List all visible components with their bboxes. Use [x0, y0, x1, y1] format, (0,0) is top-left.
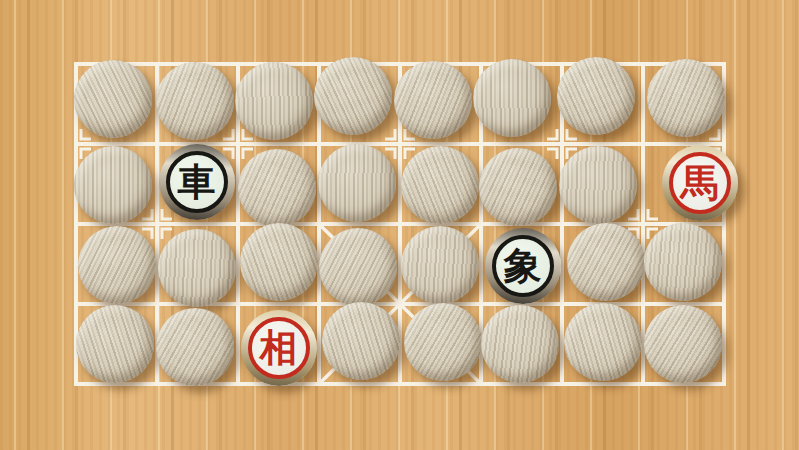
piece-character: 象: [492, 235, 554, 297]
facedown-piece-r4c8[interactable]: [644, 305, 722, 383]
facedown-piece-r4c4[interactable]: [322, 302, 400, 380]
wooden-table-background: { "game": { "name": "banqi", "descriptio…: [0, 0, 799, 450]
facedown-piece-r2c3[interactable]: [238, 149, 316, 227]
facedown-piece-r1c4[interactable]: [314, 57, 392, 135]
facedown-piece-r2c6[interactable]: [479, 148, 557, 226]
revealed-piece-red-minister[interactable]: 相: [241, 310, 317, 386]
facedown-piece-r2c5[interactable]: [401, 146, 479, 224]
facedown-piece-r4c2[interactable]: [156, 308, 234, 386]
revealed-piece-red-horse[interactable]: 馬: [662, 145, 738, 221]
facedown-piece-r2c4[interactable]: [318, 144, 396, 222]
piece-character: 車: [166, 151, 228, 213]
revealed-piece-black-chariot[interactable]: 車: [159, 144, 235, 220]
facedown-piece-r1c5[interactable]: [394, 61, 472, 139]
facedown-piece-r3c1[interactable]: [78, 226, 156, 304]
banqi-board[interactable]: 車馬象相: [74, 62, 726, 386]
facedown-piece-r1c7[interactable]: [557, 57, 635, 135]
facedown-piece-r3c5[interactable]: [401, 226, 479, 304]
facedown-piece-r1c6[interactable]: [473, 59, 551, 137]
facedown-piece-r3c4[interactable]: [319, 228, 397, 306]
facedown-piece-r2c7[interactable]: [559, 146, 637, 224]
facedown-piece-r1c1[interactable]: [74, 60, 152, 138]
facedown-piece-r4c1[interactable]: [76, 305, 154, 383]
facedown-piece-r1c3[interactable]: [235, 62, 313, 140]
facedown-piece-r3c8[interactable]: [644, 223, 722, 301]
facedown-piece-r3c3[interactable]: [240, 223, 318, 301]
facedown-piece-r3c2[interactable]: [158, 229, 236, 307]
facedown-piece-r2c1[interactable]: [74, 146, 152, 224]
facedown-piece-r4c5[interactable]: [404, 303, 482, 381]
facedown-piece-r4c7[interactable]: [564, 303, 642, 381]
revealed-piece-black-elephant[interactable]: 象: [485, 228, 561, 304]
piece-character: 馬: [669, 152, 731, 214]
facedown-piece-r1c8[interactable]: [647, 59, 725, 137]
piece-character: 相: [248, 317, 310, 379]
facedown-piece-r1c2[interactable]: [156, 62, 234, 140]
facedown-piece-r4c6[interactable]: [481, 305, 559, 383]
facedown-piece-r3c7[interactable]: [567, 223, 645, 301]
